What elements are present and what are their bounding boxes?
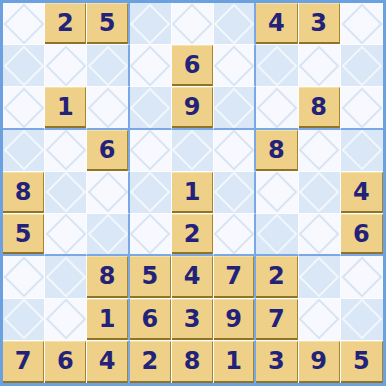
cell-r8c6: 9 bbox=[214, 299, 256, 341]
given-digit: 6 bbox=[130, 299, 171, 340]
cell-r6c7[interactable] bbox=[256, 214, 298, 256]
cell-r1c1[interactable] bbox=[3, 3, 45, 45]
diamond-ornament-icon bbox=[299, 299, 340, 340]
given-digit: 1 bbox=[172, 172, 213, 213]
diamond-ornament-icon bbox=[341, 299, 382, 340]
given-digit: 7 bbox=[214, 256, 254, 297]
cell-r1c2: 2 bbox=[45, 3, 87, 45]
cell-r2c7[interactable] bbox=[256, 45, 298, 87]
diamond-ornament-icon bbox=[256, 87, 297, 128]
cell-r1c7: 4 bbox=[256, 3, 298, 45]
given-digit: 6 bbox=[341, 214, 383, 254]
cell-r3c1[interactable] bbox=[3, 87, 45, 129]
cell-r3c5: 9 bbox=[172, 87, 214, 129]
diamond-ornament-icon bbox=[130, 214, 171, 255]
given-digit: 6 bbox=[172, 45, 213, 86]
diamond-ornament-icon bbox=[130, 87, 171, 128]
sudoku-app: 25436198688145268547216397764281395 bbox=[0, 0, 386, 386]
diamond-ornament-icon bbox=[45, 214, 86, 255]
cell-r7c4: 5 bbox=[130, 256, 172, 298]
diamond-ornament-icon bbox=[341, 3, 382, 44]
cell-r9c9: 5 bbox=[341, 341, 383, 383]
given-digit: 4 bbox=[256, 3, 297, 44]
cell-r4c6[interactable] bbox=[214, 130, 256, 172]
given-digit: 5 bbox=[3, 214, 44, 254]
cell-r1c5[interactable] bbox=[172, 3, 214, 45]
cell-r6c5: 2 bbox=[172, 214, 214, 256]
cell-r5c1: 8 bbox=[3, 172, 45, 214]
diamond-ornament-icon bbox=[341, 87, 382, 128]
cell-r1c9[interactable] bbox=[341, 3, 383, 45]
cell-r8c1[interactable] bbox=[3, 299, 45, 341]
diamond-ornament-icon bbox=[87, 214, 128, 255]
given-digit: 2 bbox=[172, 214, 213, 254]
cell-r4c1[interactable] bbox=[3, 130, 45, 172]
given-digit: 7 bbox=[3, 341, 44, 383]
cell-r8c5: 3 bbox=[172, 299, 214, 341]
cell-r2c2[interactable] bbox=[45, 45, 87, 87]
diamond-ornament-icon bbox=[341, 130, 382, 171]
given-digit: 5 bbox=[87, 3, 127, 44]
cell-r5c6[interactable] bbox=[214, 172, 256, 214]
given-digit: 6 bbox=[45, 341, 86, 383]
diamond-ornament-icon bbox=[341, 45, 382, 86]
cell-r5c4[interactable] bbox=[130, 172, 172, 214]
cell-r8c2[interactable] bbox=[45, 299, 87, 341]
cell-r3c3[interactable] bbox=[87, 87, 129, 129]
given-digit: 8 bbox=[87, 256, 127, 297]
diamond-ornament-icon bbox=[45, 299, 86, 340]
cell-r7c8[interactable] bbox=[299, 256, 341, 298]
cell-r4c8[interactable] bbox=[299, 130, 341, 172]
diamond-ornament-icon bbox=[256, 214, 297, 255]
given-digit: 1 bbox=[45, 87, 86, 127]
diamond-ornament-icon bbox=[214, 3, 255, 44]
cell-r2c5: 6 bbox=[172, 45, 214, 87]
diamond-ornament-icon bbox=[3, 299, 44, 340]
cell-r4c3: 6 bbox=[87, 130, 129, 172]
diamond-ornament-icon bbox=[172, 3, 213, 44]
cell-r6c4[interactable] bbox=[130, 214, 172, 256]
cell-r4c4[interactable] bbox=[130, 130, 172, 172]
sudoku-board: 25436198688145268547216397764281395 bbox=[0, 0, 386, 386]
given-digit: 8 bbox=[172, 341, 213, 383]
cell-r7c5: 4 bbox=[172, 256, 214, 298]
diamond-ornament-icon bbox=[87, 87, 128, 128]
diamond-ornament-icon bbox=[45, 45, 86, 86]
diamond-ornament-icon bbox=[45, 256, 86, 297]
diamond-ornament-icon bbox=[256, 172, 297, 213]
cell-r6c9: 6 bbox=[341, 214, 383, 256]
cell-r9c1: 7 bbox=[3, 341, 45, 383]
cell-r3c9[interactable] bbox=[341, 87, 383, 129]
cell-r9c3: 4 bbox=[87, 341, 129, 383]
diamond-ornament-icon bbox=[172, 130, 213, 171]
given-digit: 2 bbox=[130, 341, 171, 383]
given-digit: 9 bbox=[299, 341, 340, 383]
cell-r3c8: 8 bbox=[299, 87, 341, 129]
given-digit: 7 bbox=[256, 299, 297, 340]
diamond-ornament-icon bbox=[299, 130, 340, 171]
given-digit: 3 bbox=[172, 299, 213, 340]
diamond-ornament-icon bbox=[214, 87, 255, 128]
given-digit: 9 bbox=[214, 299, 254, 340]
cell-r9c4: 2 bbox=[130, 341, 172, 383]
cell-r8c7: 7 bbox=[256, 299, 298, 341]
cell-r5c5: 1 bbox=[172, 172, 214, 214]
cell-r3c7[interactable] bbox=[256, 87, 298, 129]
cell-r6c1: 5 bbox=[3, 214, 45, 256]
cell-r2c3[interactable] bbox=[87, 45, 129, 87]
cell-r8c8[interactable] bbox=[299, 299, 341, 341]
given-digit: 6 bbox=[87, 130, 127, 171]
diamond-ornament-icon bbox=[3, 87, 44, 128]
cell-r3c2: 1 bbox=[45, 87, 87, 129]
cell-r7c1[interactable] bbox=[3, 256, 45, 298]
cell-r8c3: 1 bbox=[87, 299, 129, 341]
given-digit: 8 bbox=[299, 87, 340, 127]
given-digit: 1 bbox=[87, 299, 127, 340]
cell-r1c4[interactable] bbox=[130, 3, 172, 45]
diamond-ornament-icon bbox=[130, 3, 171, 44]
cell-r5c8[interactable] bbox=[299, 172, 341, 214]
diamond-ornament-icon bbox=[299, 172, 340, 213]
cell-r7c6: 7 bbox=[214, 256, 256, 298]
cell-r8c9[interactable] bbox=[341, 299, 383, 341]
cell-r9c8: 9 bbox=[299, 341, 341, 383]
given-digit: 1 bbox=[214, 341, 254, 383]
diamond-ornament-icon bbox=[299, 45, 340, 86]
cell-r2c9[interactable] bbox=[341, 45, 383, 87]
diamond-ornament-icon bbox=[130, 130, 171, 171]
cell-r2c1[interactable] bbox=[3, 45, 45, 87]
diamond-ornament-icon bbox=[45, 130, 86, 171]
diamond-ornament-icon bbox=[214, 172, 255, 213]
given-digit: 3 bbox=[256, 341, 297, 383]
given-digit: 4 bbox=[172, 256, 213, 297]
diamond-ornament-icon bbox=[87, 45, 128, 86]
diamond-ornament-icon bbox=[45, 172, 86, 213]
cell-r1c8: 3 bbox=[299, 3, 341, 45]
cell-r5c3[interactable] bbox=[87, 172, 129, 214]
cell-r2c4[interactable] bbox=[130, 45, 172, 87]
cell-r4c7: 8 bbox=[256, 130, 298, 172]
diamond-ornament-icon bbox=[214, 214, 255, 255]
diamond-ornament-icon bbox=[3, 256, 44, 297]
diamond-ornament-icon bbox=[3, 130, 44, 171]
diamond-ornament-icon bbox=[299, 214, 340, 255]
given-digit: 9 bbox=[172, 87, 213, 127]
given-digit: 4 bbox=[341, 172, 383, 213]
cell-r2c8[interactable] bbox=[299, 45, 341, 87]
given-digit: 5 bbox=[341, 341, 383, 383]
cell-r5c9: 4 bbox=[341, 172, 383, 214]
diamond-ornament-icon bbox=[299, 256, 340, 297]
diamond-ornament-icon bbox=[3, 3, 44, 44]
cell-r3c6[interactable] bbox=[214, 87, 256, 129]
cell-r7c9[interactable] bbox=[341, 256, 383, 298]
given-digit: 2 bbox=[45, 3, 86, 44]
cell-r1c3: 5 bbox=[87, 3, 129, 45]
cell-r6c8[interactable] bbox=[299, 214, 341, 256]
cell-r1c6[interactable] bbox=[214, 3, 256, 45]
cell-r2c6[interactable] bbox=[214, 45, 256, 87]
diamond-ornament-icon bbox=[3, 45, 44, 86]
given-digit: 2 bbox=[256, 256, 297, 297]
cell-r9c6: 1 bbox=[214, 341, 256, 383]
given-digit: 4 bbox=[87, 341, 127, 383]
cell-r9c7: 3 bbox=[256, 341, 298, 383]
cell-r4c9[interactable] bbox=[341, 130, 383, 172]
cell-r7c3: 8 bbox=[87, 256, 129, 298]
cell-r7c2[interactable] bbox=[45, 256, 87, 298]
cell-r6c6[interactable] bbox=[214, 214, 256, 256]
cell-r5c2[interactable] bbox=[45, 172, 87, 214]
diamond-ornament-icon bbox=[130, 172, 171, 213]
cell-r7c7: 2 bbox=[256, 256, 298, 298]
cell-r4c5[interactable] bbox=[172, 130, 214, 172]
diamond-ornament-icon bbox=[256, 45, 297, 86]
given-digit: 3 bbox=[299, 3, 340, 44]
cell-r4c2[interactable] bbox=[45, 130, 87, 172]
diamond-ornament-icon bbox=[214, 130, 255, 171]
given-digit: 8 bbox=[3, 172, 44, 213]
cell-r9c2: 6 bbox=[45, 341, 87, 383]
cell-r9c5: 8 bbox=[172, 341, 214, 383]
cell-r6c3[interactable] bbox=[87, 214, 129, 256]
given-digit: 5 bbox=[130, 256, 171, 297]
diamond-ornament-icon bbox=[214, 45, 255, 86]
cell-r8c4: 6 bbox=[130, 299, 172, 341]
cell-r3c4[interactable] bbox=[130, 87, 172, 129]
diamond-ornament-icon bbox=[130, 45, 171, 86]
given-digit: 8 bbox=[256, 130, 297, 171]
cell-r6c2[interactable] bbox=[45, 214, 87, 256]
diamond-ornament-icon bbox=[341, 256, 382, 297]
diamond-ornament-icon bbox=[87, 172, 128, 213]
cell-r5c7[interactable] bbox=[256, 172, 298, 214]
